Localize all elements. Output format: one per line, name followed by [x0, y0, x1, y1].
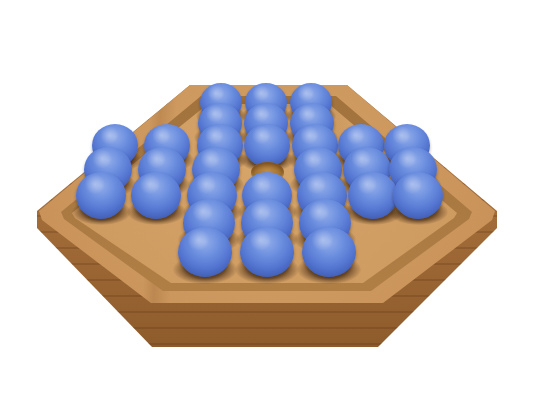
marble[interactable]	[131, 172, 181, 219]
peg-solitaire-board	[0, 0, 533, 400]
marble[interactable]	[76, 172, 126, 219]
marble[interactable]	[240, 227, 294, 277]
marble[interactable]	[393, 172, 443, 219]
marble[interactable]	[302, 227, 356, 277]
pieces-layer	[0, 0, 533, 400]
marble[interactable]	[244, 124, 290, 167]
marble[interactable]	[178, 227, 232, 277]
